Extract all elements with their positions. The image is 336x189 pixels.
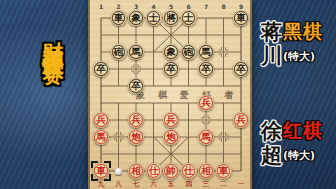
piece-卒-black[interactable]: 卒 <box>93 61 109 77</box>
piece-glyph: 仕 <box>184 166 194 176</box>
piece-馬-red[interactable]: 馬 <box>198 129 214 145</box>
piece-卒-black[interactable]: 卒 <box>128 78 144 94</box>
piece-兵-red[interactable]: 兵 <box>233 112 249 128</box>
svg-text:六: 六 <box>149 180 157 188</box>
selection-corner-tl <box>91 161 98 168</box>
svg-text:2: 2 <box>116 3 120 10</box>
svg-text:8: 8 <box>221 3 225 10</box>
player-red-title: (特大) <box>283 148 315 163</box>
piece-glyph: 象 <box>166 47 176 57</box>
players-panel: 蒋 黑棋 川 (特大) 徐 红棋 超 (特大) <box>259 0 336 189</box>
piece-相-red[interactable]: 相 <box>198 163 214 179</box>
piece-glyph: 士 <box>184 13 194 23</box>
svg-text:八: 八 <box>114 180 122 188</box>
svg-text:5: 5 <box>169 3 173 10</box>
piece-glyph: 卒 <box>96 64 106 74</box>
piece-炮-red[interactable]: 炮 <box>163 129 179 145</box>
piece-兵-red[interactable]: 兵 <box>163 112 179 128</box>
piece-卒-black[interactable]: 卒 <box>163 61 179 77</box>
player-black: 蒋 黑棋 川 (特大) <box>261 20 323 68</box>
piece-glyph: 馬 <box>201 47 211 57</box>
svg-text:三: 三 <box>203 180 210 188</box>
piece-帥-red[interactable]: 帥 <box>163 163 179 179</box>
svg-text:七: 七 <box>132 180 140 188</box>
piece-士-black[interactable]: 士 <box>181 10 197 26</box>
piece-glyph: 炮 <box>131 132 141 142</box>
piece-glyph: 車 <box>114 13 124 23</box>
piece-士-black[interactable]: 士 <box>146 10 162 26</box>
piece-glyph: 馬 <box>96 132 106 142</box>
broadcast-frame: 财神杯快棋赛 123456789九八七六五四三二一象棋爱好者 車象士將士車砲馬象… <box>0 0 336 189</box>
piece-glyph: 砲 <box>184 47 194 57</box>
svg-text:四: 四 <box>185 180 192 188</box>
svg-text:9: 9 <box>239 3 243 10</box>
piece-卒-black[interactable]: 卒 <box>233 61 249 77</box>
piece-glyph: 兵 <box>166 115 176 125</box>
move-origin-dot <box>115 168 122 175</box>
piece-馬-black[interactable]: 馬 <box>198 44 214 60</box>
piece-兵-red[interactable]: 兵 <box>128 112 144 128</box>
piece-砲-black[interactable]: 砲 <box>181 44 197 60</box>
piece-相-red[interactable]: 相 <box>128 163 144 179</box>
piece-glyph: 兵 <box>131 115 141 125</box>
piece-馬-black[interactable]: 馬 <box>128 44 144 60</box>
piece-仕-red[interactable]: 仕 <box>181 163 197 179</box>
piece-glyph: 兵 <box>201 98 211 108</box>
xiangqi-board[interactable]: 123456789九八七六五四三二一象棋爱好者 車象士將士車砲馬象砲馬卒卒卒卒卒… <box>88 0 252 189</box>
svg-text:五: 五 <box>167 180 175 188</box>
piece-兵-red[interactable]: 兵 <box>93 112 109 128</box>
svg-text:1: 1 <box>99 3 103 10</box>
selection-corner-br <box>104 174 111 181</box>
piece-車-black[interactable]: 車 <box>233 10 249 26</box>
piece-將-black[interactable]: 將 <box>163 10 179 26</box>
selection-corner-bl <box>91 174 98 181</box>
piece-glyph: 車 <box>236 13 246 23</box>
piece-glyph: 砲 <box>114 47 124 57</box>
board-grid: 123456789九八七六五四三二一象棋爱好者 <box>90 0 254 189</box>
svg-text:3: 3 <box>134 3 138 10</box>
piece-glyph: 帥 <box>166 166 176 176</box>
svg-text:象棋爱好者: 象棋爱好者 <box>135 90 246 100</box>
piece-glyph: 卒 <box>236 64 246 74</box>
player-black-title: (特大) <box>283 49 315 64</box>
piece-glyph: 炮 <box>166 132 176 142</box>
svg-text:九: 九 <box>97 180 105 188</box>
piece-glyph: 馬 <box>131 47 141 57</box>
piece-馬-red[interactable]: 馬 <box>93 129 109 145</box>
piece-兵-red[interactable]: 兵 <box>198 95 214 111</box>
piece-glyph: 馬 <box>201 132 211 142</box>
event-title-banner: 财神杯快棋赛 <box>41 25 64 49</box>
piece-車-black[interactable]: 車 <box>111 10 127 26</box>
piece-glyph: 兵 <box>236 115 246 125</box>
piece-glyph: 仕 <box>149 166 159 176</box>
svg-text:一: 一 <box>238 180 245 188</box>
piece-glyph: 兵 <box>96 115 106 125</box>
piece-象-black[interactable]: 象 <box>128 10 144 26</box>
svg-text:4: 4 <box>151 3 155 10</box>
svg-text:二: 二 <box>219 180 227 188</box>
svg-text:6: 6 <box>186 3 190 10</box>
piece-glyph: 車 <box>219 166 229 176</box>
piece-glyph: 卒 <box>166 64 176 74</box>
piece-卒-black[interactable]: 卒 <box>198 61 214 77</box>
piece-glyph: 象 <box>131 13 141 23</box>
piece-象-black[interactable]: 象 <box>163 44 179 60</box>
piece-glyph: 士 <box>149 13 159 23</box>
selection-corner-tr <box>104 161 111 168</box>
piece-仕-red[interactable]: 仕 <box>146 163 162 179</box>
piece-炮-red[interactable]: 炮 <box>128 129 144 145</box>
player-red-name-char2: 超 <box>261 141 282 169</box>
piece-車-red-selected[interactable]: 車 <box>93 163 109 179</box>
piece-砲-black[interactable]: 砲 <box>111 44 127 60</box>
piece-glyph: 卒 <box>131 81 141 91</box>
piece-車-red[interactable]: 車 <box>216 163 232 179</box>
player-black-side-label: 黑棋 <box>283 19 323 45</box>
piece-glyph: 將 <box>166 13 176 23</box>
piece-glyph: 卒 <box>201 64 211 74</box>
svg-text:7: 7 <box>204 3 208 10</box>
piece-glyph: 相 <box>201 166 211 176</box>
player-black-name-char2: 川 <box>261 42 282 70</box>
player-red: 徐 红棋 超 (特大) <box>261 119 323 167</box>
piece-glyph: 相 <box>131 166 141 176</box>
player-red-side-label: 红棋 <box>283 118 323 144</box>
